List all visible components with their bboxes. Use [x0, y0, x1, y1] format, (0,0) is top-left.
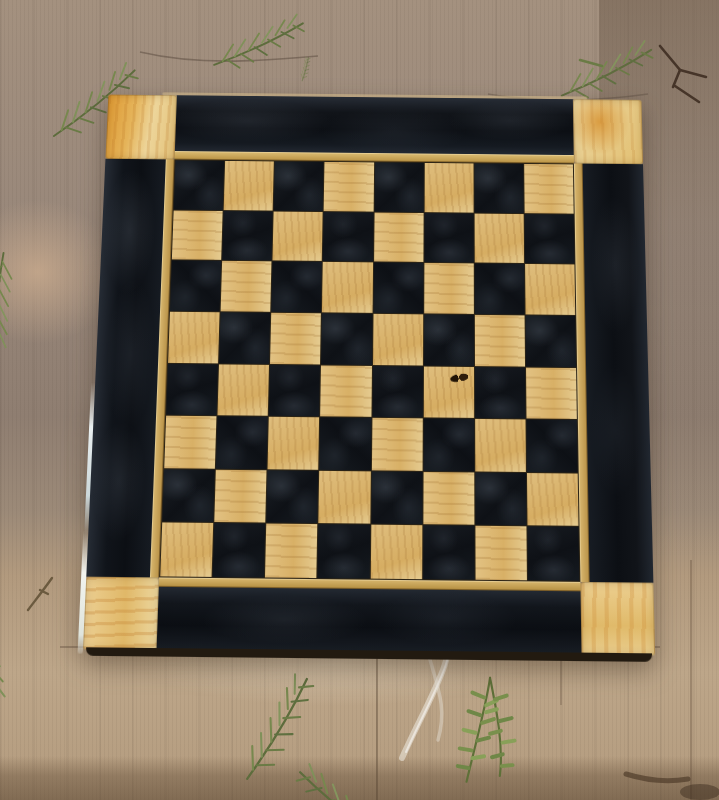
square-b2[interactable] [214, 470, 266, 523]
photo-scene [0, 0, 719, 800]
square-b6[interactable] [221, 261, 272, 312]
square-b7[interactable] [222, 211, 273, 261]
square-c6[interactable] [272, 262, 323, 313]
square-e8[interactable] [374, 162, 423, 211]
square-f8[interactable] [424, 163, 473, 212]
plank-seam [376, 645, 378, 800]
square-e4[interactable] [372, 366, 423, 418]
square-c4[interactable] [269, 364, 320, 416]
square-a6[interactable] [170, 261, 221, 312]
wood-knot [449, 372, 469, 383]
square-h7[interactable] [525, 214, 575, 264]
square-e2[interactable] [371, 471, 422, 524]
square-h4[interactable] [526, 367, 577, 419]
square-g1[interactable] [475, 526, 527, 580]
square-g4[interactable] [475, 367, 526, 419]
square-e5[interactable] [373, 314, 423, 365]
square-h1[interactable] [527, 527, 579, 581]
plank-seam [690, 560, 692, 800]
square-d2[interactable] [319, 471, 371, 524]
square-b5[interactable] [219, 312, 270, 363]
square-a7[interactable] [172, 210, 223, 260]
square-b4[interactable] [218, 364, 270, 416]
square-f2[interactable] [423, 472, 474, 525]
corner-block-bottom-left [83, 577, 159, 651]
square-c1[interactable] [265, 524, 317, 578]
square-g7[interactable] [474, 213, 524, 263]
square-f5[interactable] [424, 314, 474, 365]
square-a1[interactable] [160, 523, 213, 577]
square-h2[interactable] [527, 473, 579, 526]
square-e1[interactable] [370, 525, 422, 579]
corner-block-top-right [573, 99, 643, 164]
square-f3[interactable] [423, 419, 474, 472]
square-d1[interactable] [318, 524, 370, 578]
square-d4[interactable] [320, 365, 371, 417]
square-c2[interactable] [267, 470, 319, 523]
square-d8[interactable] [324, 162, 374, 211]
square-a2[interactable] [162, 469, 215, 522]
square-c5[interactable] [270, 313, 321, 364]
square-g6[interactable] [474, 264, 524, 315]
board-field [159, 159, 580, 581]
square-c3[interactable] [268, 417, 320, 470]
square-b3[interactable] [216, 416, 268, 469]
square-a8[interactable] [174, 160, 225, 209]
table-dark-bottom-band [0, 756, 719, 800]
border-strip-bottom [157, 587, 582, 655]
square-h6[interactable] [525, 264, 575, 315]
border-strip-right [583, 164, 654, 583]
square-h3[interactable] [526, 420, 577, 473]
square-a4[interactable] [166, 363, 218, 415]
square-f7[interactable] [424, 213, 473, 263]
square-h8[interactable] [524, 164, 574, 213]
square-a3[interactable] [164, 416, 216, 469]
square-h5[interactable] [525, 315, 576, 366]
corner-block-bottom-right [580, 582, 655, 656]
square-e7[interactable] [374, 212, 424, 262]
square-c7[interactable] [273, 211, 323, 261]
square-g3[interactable] [475, 419, 526, 472]
square-f1[interactable] [423, 526, 475, 580]
square-d6[interactable] [322, 262, 372, 313]
square-e3[interactable] [371, 418, 422, 471]
square-d5[interactable] [321, 313, 372, 364]
square-f6[interactable] [424, 263, 474, 314]
square-e6[interactable] [373, 263, 423, 314]
chess-board [83, 95, 655, 656]
square-b8[interactable] [224, 161, 274, 210]
corner-block-top-left [105, 95, 176, 160]
square-g2[interactable] [475, 472, 526, 525]
square-c8[interactable] [274, 161, 324, 210]
square-g8[interactable] [474, 163, 523, 212]
border-strip-top [175, 95, 574, 155]
square-f4[interactable] [423, 366, 473, 418]
square-a5[interactable] [168, 312, 220, 363]
square-d7[interactable] [323, 212, 373, 262]
square-g5[interactable] [475, 315, 525, 366]
square-b1[interactable] [213, 523, 266, 577]
square-d3[interactable] [320, 417, 371, 470]
